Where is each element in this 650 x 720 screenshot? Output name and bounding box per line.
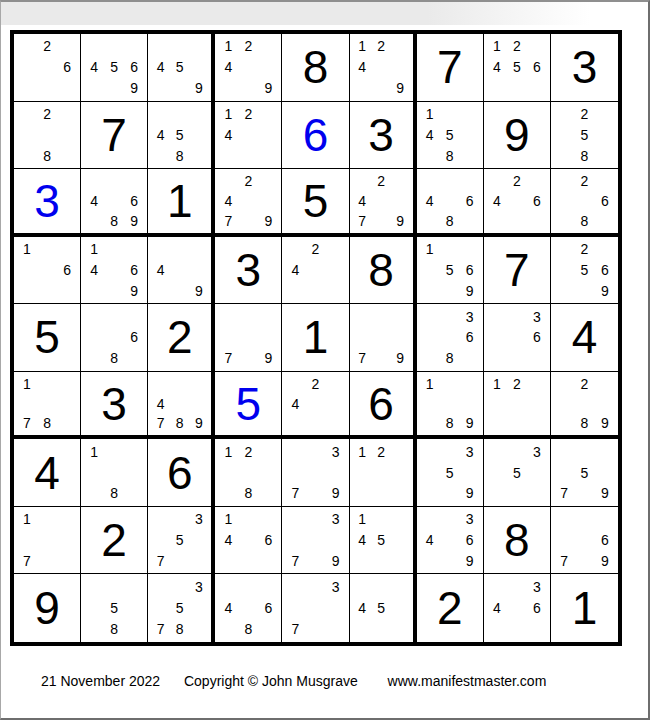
top-gradient-bar bbox=[1, 2, 648, 25]
pencil-slot-empty bbox=[595, 462, 615, 483]
pencil-slot-empty bbox=[218, 483, 238, 504]
cell-r4c7[interactable]: 1569 bbox=[417, 237, 484, 305]
cell-r9c3[interactable]: 3578 bbox=[148, 574, 215, 642]
pencil-mark-1: 1 bbox=[17, 239, 37, 260]
pencil-slot-empty bbox=[554, 211, 574, 231]
pencil-mark-2: 2 bbox=[238, 104, 258, 125]
pencil-slot-empty bbox=[305, 530, 325, 551]
pencil-slot-empty bbox=[189, 57, 208, 78]
pencil-slot-empty bbox=[124, 483, 144, 504]
pencil-slot-empty bbox=[258, 306, 278, 327]
cell-r1c6[interactable]: 1249 bbox=[350, 34, 417, 102]
pencil-slot-empty bbox=[372, 78, 391, 99]
cell-r8c7[interactable]: 3469 bbox=[417, 507, 484, 575]
cell-r4c3[interactable]: 49 bbox=[148, 237, 215, 305]
pencil-marks: 379 bbox=[285, 441, 345, 504]
pencil-mark-1: 1 bbox=[420, 239, 440, 260]
pencil-marks: 189 bbox=[420, 374, 480, 434]
pencil-slot-empty bbox=[353, 576, 372, 597]
pencil-slot-empty bbox=[391, 551, 410, 572]
cell-r7c6[interactable]: 12 bbox=[350, 439, 417, 507]
cell-r1c7[interactable]: 7 bbox=[417, 34, 484, 102]
cell-r9c6[interactable]: 45 bbox=[350, 574, 417, 642]
pencil-mark-7: 7 bbox=[285, 619, 305, 640]
pencil-mark-7: 7 bbox=[554, 483, 574, 504]
cell-r5c7[interactable]: 368 bbox=[417, 304, 484, 372]
pencil-slot-empty bbox=[391, 191, 410, 211]
pencil-mark-5: 5 bbox=[507, 462, 527, 483]
pencil-slot-empty bbox=[84, 327, 104, 348]
given-digit: 5 bbox=[303, 178, 329, 224]
cell-r3c9[interactable]: 268 bbox=[551, 169, 618, 237]
pencil-slot-empty bbox=[84, 36, 104, 57]
cell-r5c1[interactable]: 5 bbox=[14, 304, 81, 372]
cell-r5c9[interactable]: 4 bbox=[551, 304, 618, 372]
cell-r8c2[interactable]: 2 bbox=[81, 507, 148, 575]
pencil-slot-empty bbox=[440, 530, 460, 551]
pencil-mark-9: 9 bbox=[595, 551, 615, 572]
pencil-slot-empty bbox=[57, 394, 77, 414]
pencil-slot-empty bbox=[372, 483, 391, 504]
pencil-slot-empty bbox=[285, 374, 305, 394]
cell-r2c6[interactable]: 3 bbox=[350, 102, 417, 170]
pencil-mark-4: 4 bbox=[420, 191, 440, 211]
pencil-slot-empty bbox=[37, 260, 57, 281]
pencil-slot-empty bbox=[507, 394, 527, 414]
pencil-mark-6: 6 bbox=[595, 260, 615, 281]
pencil-slot-empty bbox=[391, 509, 410, 530]
pencil-mark-4: 4 bbox=[218, 191, 238, 211]
pencil-slot-empty bbox=[17, 280, 37, 301]
cell-r7c7[interactable]: 359 bbox=[417, 439, 484, 507]
pencil-mark-8: 8 bbox=[238, 619, 258, 640]
cell-r8c9[interactable]: 679 bbox=[551, 507, 618, 575]
pencil-slot-empty bbox=[353, 78, 372, 99]
pencil-mark-9: 9 bbox=[460, 551, 480, 572]
pencil-slot-empty bbox=[460, 394, 480, 414]
pencil-mark-2: 2 bbox=[37, 36, 57, 57]
pencil-marks: 2479 bbox=[218, 171, 278, 231]
pencil-slot-empty bbox=[104, 462, 124, 483]
pencil-slot-empty bbox=[554, 374, 574, 394]
pencil-slot-empty bbox=[258, 509, 278, 530]
pencil-slot-empty bbox=[460, 462, 480, 483]
pencil-slot-empty bbox=[124, 619, 144, 640]
pencil-slot-empty bbox=[326, 239, 346, 260]
pencil-slot-empty bbox=[151, 576, 170, 597]
cell-r1c1[interactable]: 26 bbox=[14, 34, 81, 102]
pencil-slot-empty bbox=[487, 348, 507, 369]
cell-r5c8[interactable]: 36 bbox=[484, 304, 551, 372]
pencil-slot-empty bbox=[527, 348, 547, 369]
pencil-marks: 1569 bbox=[420, 239, 480, 302]
pencil-mark-6: 6 bbox=[527, 327, 547, 348]
pencil-slot-empty bbox=[104, 576, 124, 597]
cell-r4c8[interactable]: 7 bbox=[484, 237, 551, 305]
pencil-slot-empty bbox=[189, 260, 208, 281]
given-digit: 1 bbox=[167, 178, 193, 224]
pencil-slot-empty bbox=[326, 413, 346, 433]
cell-r2c2[interactable]: 7 bbox=[81, 102, 148, 170]
cell-r9c4[interactable]: 468 bbox=[215, 574, 282, 642]
pencil-slot-empty bbox=[37, 280, 57, 301]
cell-r6c2[interactable]: 3 bbox=[81, 372, 148, 440]
cell-r8c5[interactable]: 379 bbox=[282, 507, 349, 575]
cell-r4c1[interactable]: 16 bbox=[14, 237, 81, 305]
pencil-slot-empty bbox=[57, 551, 77, 572]
cell-r9c8[interactable]: 346 bbox=[484, 574, 551, 642]
pencil-slot-empty bbox=[151, 36, 170, 57]
pencil-mark-7: 7 bbox=[353, 211, 372, 231]
pencil-marks: 178 bbox=[17, 374, 77, 434]
pencil-slot-empty bbox=[554, 260, 574, 281]
pencil-slot-empty bbox=[189, 394, 208, 414]
pencil-marks: 4789 bbox=[151, 374, 208, 434]
pencil-slot-empty bbox=[554, 394, 574, 414]
pencil-slot-empty bbox=[487, 462, 507, 483]
given-digit: 7 bbox=[101, 112, 127, 158]
cell-r8c8[interactable]: 8 bbox=[484, 507, 551, 575]
pencil-slot-empty bbox=[170, 280, 189, 301]
pencil-slot-empty bbox=[218, 576, 238, 597]
cell-r6c4[interactable]: 5 bbox=[215, 372, 282, 440]
pencil-slot-empty bbox=[37, 57, 57, 78]
pencil-mark-4: 4 bbox=[285, 394, 305, 414]
cell-r6c5[interactable]: 24 bbox=[282, 372, 349, 440]
pencil-marks: 1469 bbox=[84, 239, 144, 302]
pencil-slot-empty bbox=[104, 327, 124, 348]
pencil-slot-empty bbox=[326, 260, 346, 281]
pencil-slot-empty bbox=[420, 483, 440, 504]
pencil-slot-empty bbox=[527, 78, 547, 99]
pencil-mark-4: 4 bbox=[353, 598, 372, 619]
pencil-mark-5: 5 bbox=[440, 124, 460, 145]
pencil-mark-8: 8 bbox=[104, 619, 124, 640]
cell-r5c6[interactable]: 79 bbox=[350, 304, 417, 372]
pencil-slot-empty bbox=[189, 551, 208, 572]
pencil-slot-empty bbox=[37, 239, 57, 260]
pencil-mark-3: 3 bbox=[527, 441, 547, 462]
pencil-mark-8: 8 bbox=[440, 413, 460, 433]
pencil-mark-2: 2 bbox=[372, 441, 391, 462]
pencil-mark-8: 8 bbox=[170, 619, 189, 640]
pencil-marks: 1249 bbox=[218, 36, 278, 99]
pencil-mark-9: 9 bbox=[189, 280, 208, 301]
pencil-marks: 49 bbox=[151, 239, 208, 302]
pencil-slot-empty bbox=[124, 239, 144, 260]
pencil-slot-empty bbox=[326, 619, 346, 640]
cell-r2c3[interactable]: 458 bbox=[148, 102, 215, 170]
pencil-slot-empty bbox=[487, 413, 507, 433]
cell-r2c5[interactable]: 6 bbox=[282, 102, 349, 170]
cell-r6c7[interactable]: 189 bbox=[417, 372, 484, 440]
pencil-slot-empty bbox=[326, 374, 346, 394]
pencil-slot-empty bbox=[527, 211, 547, 231]
cell-r6c3[interactable]: 4789 bbox=[148, 372, 215, 440]
cell-r7c3[interactable]: 6 bbox=[148, 439, 215, 507]
pencil-mark-2: 2 bbox=[238, 171, 258, 191]
pencil-marks: 26 bbox=[17, 36, 77, 99]
pencil-slot-empty bbox=[574, 394, 594, 414]
cell-r2c8[interactable]: 9 bbox=[484, 102, 551, 170]
pencil-mark-9: 9 bbox=[258, 78, 278, 99]
cell-r4c5[interactable]: 24 bbox=[282, 237, 349, 305]
pencil-slot-empty bbox=[189, 145, 208, 166]
pencil-slot-empty bbox=[285, 413, 305, 433]
pencil-marks: 268 bbox=[554, 171, 615, 231]
pencil-slot-empty bbox=[170, 104, 189, 125]
pencil-slot-empty bbox=[595, 211, 615, 231]
pencil-slot-empty bbox=[189, 374, 208, 394]
cell-r3c4[interactable]: 2479 bbox=[215, 169, 282, 237]
pencil-mark-1: 1 bbox=[487, 374, 507, 394]
pencil-mark-2: 2 bbox=[305, 374, 325, 394]
cell-r7c5[interactable]: 379 bbox=[282, 439, 349, 507]
cell-r5c4[interactable]: 79 bbox=[215, 304, 282, 372]
pencil-slot-empty bbox=[218, 171, 238, 191]
pencil-marks: 357 bbox=[151, 509, 208, 572]
cell-r7c9[interactable]: 579 bbox=[551, 439, 618, 507]
pencil-mark-6: 6 bbox=[527, 191, 547, 211]
pencil-mark-6: 6 bbox=[595, 191, 615, 211]
pencil-slot-empty bbox=[440, 483, 460, 504]
pencil-mark-2: 2 bbox=[574, 374, 594, 394]
pencil-slot-empty bbox=[258, 619, 278, 640]
cell-r6c6[interactable]: 6 bbox=[350, 372, 417, 440]
cell-r2c7[interactable]: 1458 bbox=[417, 102, 484, 170]
cell-r9c1[interactable]: 9 bbox=[14, 574, 81, 642]
pencil-marks: 346 bbox=[487, 576, 547, 640]
cell-r7c2[interactable]: 18 bbox=[81, 439, 148, 507]
pencil-slot-empty bbox=[17, 260, 37, 281]
pencil-slot-empty bbox=[170, 394, 189, 414]
pencil-slot-empty bbox=[487, 171, 507, 191]
pencil-slot-empty bbox=[440, 374, 460, 394]
pencil-slot-empty bbox=[189, 530, 208, 551]
pencil-slot-empty bbox=[170, 374, 189, 394]
cell-r3c6[interactable]: 2479 bbox=[350, 169, 417, 237]
pencil-mark-1: 1 bbox=[353, 441, 372, 462]
pencil-slot-empty bbox=[258, 327, 278, 348]
pencil-mark-7: 7 bbox=[218, 211, 238, 231]
pencil-marks: 36 bbox=[487, 306, 547, 369]
pencil-mark-5: 5 bbox=[440, 462, 460, 483]
pencil-marks: 37 bbox=[285, 576, 345, 640]
pencil-slot-empty bbox=[440, 239, 460, 260]
given-digit: 3 bbox=[236, 247, 262, 293]
cell-r1c2[interactable]: 4569 bbox=[81, 34, 148, 102]
cell-r9c2[interactable]: 58 bbox=[81, 574, 148, 642]
pencil-slot-empty bbox=[326, 462, 346, 483]
cell-r6c1[interactable]: 178 bbox=[14, 372, 81, 440]
pencil-slot-empty bbox=[258, 576, 278, 597]
pencil-slot-empty bbox=[420, 441, 440, 462]
pencil-slot-empty bbox=[420, 394, 440, 414]
cell-r4c9[interactable]: 2569 bbox=[551, 237, 618, 305]
cell-r5c2[interactable]: 68 bbox=[81, 304, 148, 372]
cell-r1c4[interactable]: 1249 bbox=[215, 34, 282, 102]
pencil-marks: 12 bbox=[353, 441, 410, 504]
pencil-marks: 258 bbox=[554, 104, 615, 167]
cell-r3c8[interactable]: 246 bbox=[484, 169, 551, 237]
pencil-mark-6: 6 bbox=[595, 530, 615, 551]
pencil-marks: 3578 bbox=[151, 576, 208, 640]
cell-r1c8[interactable]: 12456 bbox=[484, 34, 551, 102]
pencil-slot-empty bbox=[391, 462, 410, 483]
pencil-marks: 79 bbox=[218, 306, 278, 369]
pencil-slot-empty bbox=[238, 57, 258, 78]
pencil-mark-3: 3 bbox=[460, 509, 480, 530]
pencil-slot-empty bbox=[285, 598, 305, 619]
cell-r8c6[interactable]: 145 bbox=[350, 507, 417, 575]
cell-r6c8[interactable]: 12 bbox=[484, 372, 551, 440]
pencil-mark-2: 2 bbox=[305, 239, 325, 260]
cell-r8c1[interactable]: 17 bbox=[14, 507, 81, 575]
pencil-slot-empty bbox=[440, 171, 460, 191]
page: { "game": "sudoku", "position": "....8.7… bbox=[0, 0, 650, 720]
pencil-slot-empty bbox=[258, 57, 278, 78]
cell-r3c2[interactable]: 4689 bbox=[81, 169, 148, 237]
cell-r8c4[interactable]: 146 bbox=[215, 507, 282, 575]
pencil-slot-empty bbox=[527, 619, 547, 640]
pencil-marks: 468 bbox=[420, 171, 480, 231]
cell-r5c5[interactable]: 1 bbox=[282, 304, 349, 372]
pencil-mark-4: 4 bbox=[353, 57, 372, 78]
cell-r3c1[interactable]: 3 bbox=[14, 169, 81, 237]
pencil-slot-empty bbox=[238, 551, 258, 572]
pencil-mark-6: 6 bbox=[258, 598, 278, 619]
cell-r3c3[interactable]: 1 bbox=[148, 169, 215, 237]
pencil-slot-empty bbox=[238, 530, 258, 551]
pencil-slot-empty bbox=[372, 462, 391, 483]
pencil-slot-empty bbox=[57, 78, 77, 99]
pencil-mark-9: 9 bbox=[258, 211, 278, 231]
pencil-slot-empty bbox=[124, 598, 144, 619]
pencil-mark-6: 6 bbox=[460, 260, 480, 281]
pencil-marks: 359 bbox=[420, 441, 480, 504]
pencil-slot-empty bbox=[218, 462, 238, 483]
pencil-slot-empty bbox=[391, 441, 410, 462]
pencil-mark-8: 8 bbox=[574, 145, 594, 166]
pencil-marks: 45 bbox=[353, 576, 410, 640]
pencil-mark-4: 4 bbox=[420, 530, 440, 551]
pencil-mark-5: 5 bbox=[104, 598, 124, 619]
pencil-mark-5: 5 bbox=[170, 57, 189, 78]
pencil-slot-empty bbox=[305, 598, 325, 619]
pencil-slot-empty bbox=[17, 36, 37, 57]
pencil-slot-empty bbox=[420, 171, 440, 191]
pencil-mark-9: 9 bbox=[391, 211, 410, 231]
pencil-slot-empty bbox=[151, 509, 170, 530]
pencil-slot-empty bbox=[440, 551, 460, 572]
pencil-mark-5: 5 bbox=[104, 57, 124, 78]
pencil-slot-empty bbox=[527, 462, 547, 483]
pencil-slot-empty bbox=[420, 551, 440, 572]
cell-r1c9[interactable]: 3 bbox=[551, 34, 618, 102]
pencil-slot-empty bbox=[218, 145, 238, 166]
solved-digit: 6 bbox=[303, 112, 329, 158]
cell-r5c3[interactable]: 2 bbox=[148, 304, 215, 372]
cell-r7c8[interactable]: 35 bbox=[484, 439, 551, 507]
pencil-mark-7: 7 bbox=[151, 551, 170, 572]
cell-r4c6[interactable]: 8 bbox=[350, 237, 417, 305]
pencil-mark-6: 6 bbox=[57, 57, 77, 78]
pencil-slot-empty bbox=[151, 280, 170, 301]
pencil-mark-6: 6 bbox=[460, 530, 480, 551]
pencil-slot-empty bbox=[57, 374, 77, 394]
pencil-slot-empty bbox=[84, 462, 104, 483]
cell-r2c4[interactable]: 124 bbox=[215, 102, 282, 170]
pencil-slot-empty bbox=[507, 598, 527, 619]
cell-r2c9[interactable]: 258 bbox=[551, 102, 618, 170]
cell-r9c9[interactable]: 1 bbox=[551, 574, 618, 642]
pencil-mark-9: 9 bbox=[595, 280, 615, 301]
pencil-mark-1: 1 bbox=[420, 374, 440, 394]
pencil-slot-empty bbox=[372, 509, 391, 530]
cell-r9c7[interactable]: 2 bbox=[417, 574, 484, 642]
pencil-slot-empty bbox=[285, 576, 305, 597]
pencil-marks: 68 bbox=[84, 306, 144, 369]
pencil-mark-6: 6 bbox=[124, 57, 144, 78]
given-digit: 8 bbox=[303, 44, 329, 90]
cell-r4c2[interactable]: 1469 bbox=[81, 237, 148, 305]
pencil-slot-empty bbox=[124, 348, 144, 369]
pencil-marks: 2479 bbox=[353, 171, 410, 231]
pencil-mark-3: 3 bbox=[189, 576, 208, 597]
pencil-mark-5: 5 bbox=[372, 530, 391, 551]
pencil-slot-empty bbox=[170, 78, 189, 99]
pencil-slot-empty bbox=[353, 171, 372, 191]
pencil-slot-empty bbox=[574, 551, 594, 572]
pencil-mark-9: 9 bbox=[460, 280, 480, 301]
given-digit: 2 bbox=[167, 314, 193, 360]
pencil-slot-empty bbox=[218, 306, 238, 327]
pencil-slot-empty bbox=[460, 104, 480, 125]
pencil-slot-empty bbox=[124, 441, 144, 462]
cell-r1c5[interactable]: 8 bbox=[282, 34, 349, 102]
pencil-slot-empty bbox=[460, 145, 480, 166]
pencil-mark-8: 8 bbox=[440, 211, 460, 231]
cell-r7c4[interactable]: 128 bbox=[215, 439, 282, 507]
pencil-slot-empty bbox=[487, 327, 507, 348]
pencil-mark-2: 2 bbox=[37, 104, 57, 125]
pencil-slot-empty bbox=[258, 171, 278, 191]
cell-r6c9[interactable]: 289 bbox=[551, 372, 618, 440]
pencil-slot-empty bbox=[353, 551, 372, 572]
cell-r3c7[interactable]: 468 bbox=[417, 169, 484, 237]
pencil-mark-1: 1 bbox=[420, 104, 440, 125]
pencil-slot-empty bbox=[460, 239, 480, 260]
cell-r9c5[interactable]: 37 bbox=[282, 574, 349, 642]
cell-r2c1[interactable]: 28 bbox=[14, 102, 81, 170]
pencil-mark-6: 6 bbox=[57, 260, 77, 281]
given-digit: 7 bbox=[504, 247, 530, 293]
pencil-mark-4: 4 bbox=[218, 530, 238, 551]
cell-r4c4[interactable]: 3 bbox=[215, 237, 282, 305]
cell-r7c1[interactable]: 4 bbox=[14, 439, 81, 507]
pencil-slot-empty bbox=[104, 280, 124, 301]
cell-r1c3[interactable]: 459 bbox=[148, 34, 215, 102]
pencil-mark-1: 1 bbox=[84, 239, 104, 260]
pencil-slot-empty bbox=[554, 239, 574, 260]
pencil-slot-empty bbox=[440, 306, 460, 327]
cell-r8c3[interactable]: 357 bbox=[148, 507, 215, 575]
pencil-slot-empty bbox=[440, 104, 460, 125]
pencil-mark-4: 4 bbox=[151, 394, 170, 414]
pencil-slot-empty bbox=[372, 619, 391, 640]
pencil-mark-4: 4 bbox=[353, 530, 372, 551]
cell-r3c5[interactable]: 5 bbox=[282, 169, 349, 237]
